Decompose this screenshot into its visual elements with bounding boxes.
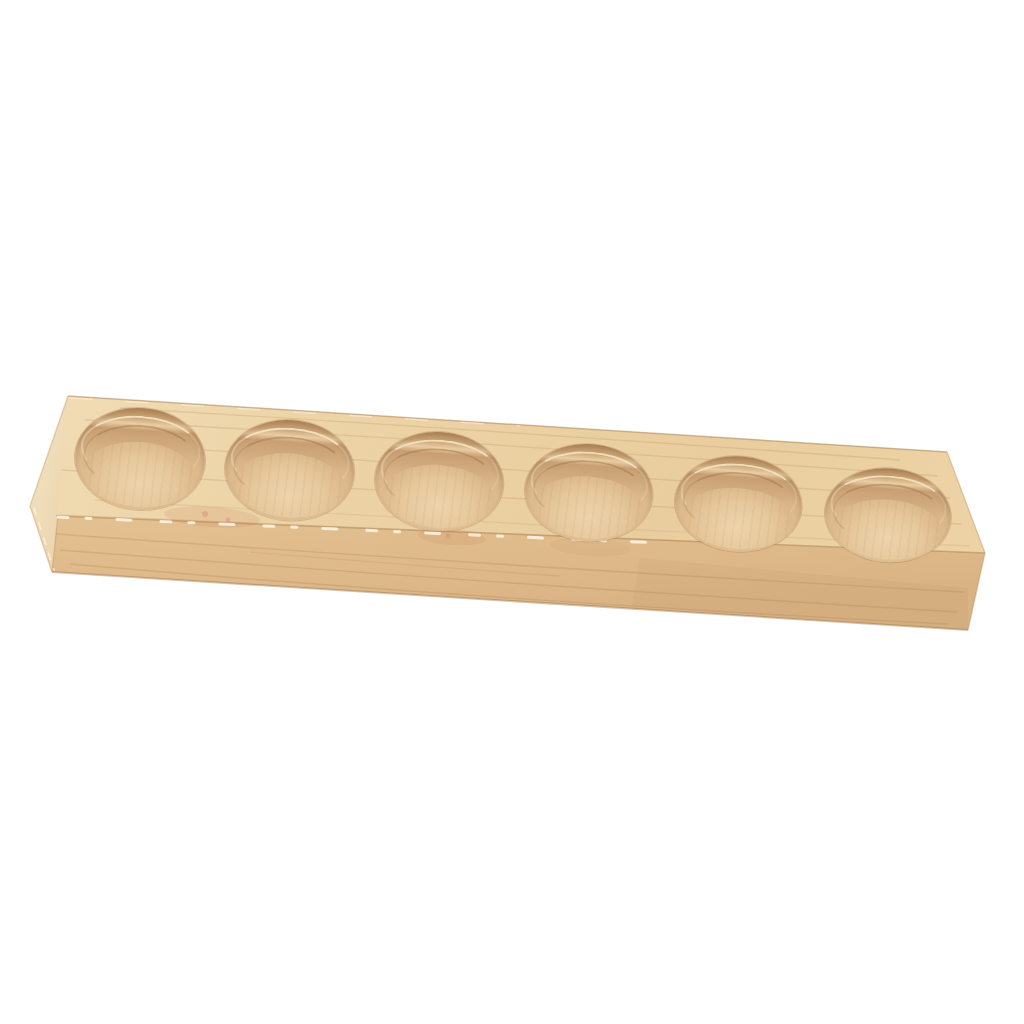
pit-floor xyxy=(681,484,796,553)
pit-hole xyxy=(671,452,805,557)
pit-6[interactable] xyxy=(809,450,968,581)
pit-floor xyxy=(831,495,945,563)
pit-2[interactable] xyxy=(210,405,369,536)
pit-hole xyxy=(71,403,208,514)
pit-1[interactable] xyxy=(61,394,220,525)
pit-hole xyxy=(821,464,954,567)
pit-hole xyxy=(521,440,656,546)
product-photo-scene xyxy=(0,0,1024,1024)
pit-floor xyxy=(231,449,348,522)
pit-hole xyxy=(371,427,506,535)
pit-4[interactable] xyxy=(509,427,668,558)
pit-hole xyxy=(221,415,357,525)
pit-floor xyxy=(81,438,199,512)
pit-3[interactable] xyxy=(360,416,519,547)
pit-floor xyxy=(381,461,497,532)
pit-floor xyxy=(531,472,646,542)
pit-5[interactable] xyxy=(659,439,818,570)
